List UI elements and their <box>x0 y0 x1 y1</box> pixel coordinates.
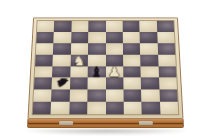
square-f8 <box>122 21 139 32</box>
square-c1 <box>69 102 87 114</box>
metal-hinge <box>139 121 153 125</box>
square-h1 <box>160 102 179 114</box>
square-h7 <box>157 32 175 43</box>
square-g5 <box>140 54 158 66</box>
square-e5 <box>106 54 124 66</box>
square-e3 <box>106 78 124 90</box>
square-c6 <box>71 43 89 54</box>
chess-box: ♞♝♟♞ <box>27 17 184 128</box>
square-f3 <box>123 78 141 90</box>
square-a2 <box>33 90 52 102</box>
square-c2 <box>69 90 87 102</box>
square-c3 <box>70 78 88 90</box>
square-d2 <box>87 90 105 102</box>
square-b7 <box>54 32 72 43</box>
square-c8 <box>71 21 88 32</box>
square-b5 <box>53 54 71 66</box>
square-g7 <box>140 32 158 43</box>
square-b8 <box>54 21 71 32</box>
square-d8 <box>88 21 105 32</box>
square-c5: ♞ <box>70 54 88 66</box>
square-a7 <box>36 32 54 43</box>
square-e2 <box>106 90 124 102</box>
square-f1 <box>124 102 142 114</box>
square-a8 <box>37 21 55 32</box>
square-c4 <box>70 66 88 78</box>
box-lid-seam <box>28 123 183 124</box>
square-f6 <box>123 43 141 54</box>
square-e1 <box>106 102 124 114</box>
square-d6 <box>88 43 105 54</box>
square-g4 <box>141 66 159 78</box>
square-f7 <box>123 32 140 43</box>
square-e8 <box>106 21 123 32</box>
board-grid: ♞♝♟♞ <box>33 21 179 114</box>
square-b3: ♞ <box>52 78 70 90</box>
square-b2 <box>51 90 69 102</box>
square-h6 <box>157 43 175 54</box>
square-a6 <box>36 43 54 54</box>
square-f5 <box>123 54 141 66</box>
square-d4: ♝ <box>88 66 106 78</box>
square-e7 <box>106 32 123 43</box>
square-h2 <box>159 90 178 102</box>
square-d7 <box>88 32 105 43</box>
square-g6 <box>140 43 158 54</box>
square-d1 <box>87 102 105 114</box>
square-e4: ♟ <box>106 66 124 78</box>
square-a1 <box>33 102 52 114</box>
square-h5 <box>158 54 176 66</box>
square-b4 <box>52 66 70 78</box>
square-e6 <box>106 43 123 54</box>
stone-board-rim: ♞♝♟♞ <box>27 17 183 119</box>
square-h4 <box>158 66 176 78</box>
square-f4 <box>123 66 141 78</box>
square-b6 <box>53 43 71 54</box>
square-f2 <box>123 90 141 102</box>
wooden-box-front <box>27 119 184 128</box>
square-c7 <box>71 32 88 43</box>
drop-shadow <box>26 129 186 135</box>
square-h8 <box>156 21 174 32</box>
square-a3 <box>34 78 52 90</box>
square-h3 <box>159 78 177 90</box>
square-g2 <box>141 90 159 102</box>
square-g3 <box>141 78 159 90</box>
square-g1 <box>142 102 161 114</box>
square-d3 <box>88 78 106 90</box>
square-g8 <box>139 21 156 32</box>
square-a4 <box>35 66 53 78</box>
metal-hinge <box>59 121 73 125</box>
square-a5 <box>35 54 53 66</box>
square-d5 <box>88 54 106 66</box>
product-photo-chess-set: ♞♝♟♞ <box>0 0 210 139</box>
square-b1 <box>51 102 70 114</box>
